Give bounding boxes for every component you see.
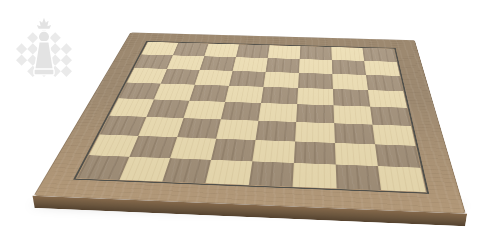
square-h5 (368, 90, 407, 108)
square-g4 (334, 105, 373, 124)
square-g1 (336, 165, 381, 191)
square-f2 (294, 141, 336, 164)
square-d3 (216, 119, 258, 140)
square-e1 (249, 161, 294, 186)
square-d1 (205, 160, 252, 185)
square-e3 (255, 121, 296, 142)
square-e2 (252, 140, 295, 163)
square-d7 (233, 57, 268, 72)
square-b5 (154, 84, 195, 101)
square-f1 (293, 163, 337, 188)
square-c7 (200, 56, 236, 71)
square-d8 (236, 45, 270, 59)
photo-background (0, 0, 500, 240)
square-d2 (211, 139, 255, 162)
chessboard (34, 32, 466, 213)
square-h7 (364, 61, 400, 76)
square-b7 (167, 55, 204, 70)
square-h8 (362, 48, 396, 62)
square-d4 (221, 102, 261, 121)
square-g7 (332, 60, 366, 75)
chess-king-checker-logo-watermark-icon (8, 12, 80, 96)
square-f3 (295, 122, 335, 143)
square-e5 (261, 87, 298, 104)
square-g5 (333, 89, 370, 107)
square-h1 (378, 166, 426, 192)
square-h2 (375, 144, 420, 167)
square-c1 (162, 158, 211, 183)
square-f7 (299, 59, 332, 74)
square-e8 (268, 45, 301, 59)
square-c3 (177, 118, 221, 139)
square-f8 (300, 46, 332, 60)
square-e4 (258, 103, 297, 122)
square-g2 (335, 143, 378, 166)
square-e7 (266, 58, 300, 73)
square-c8 (204, 44, 239, 58)
square-d5 (225, 86, 263, 103)
square-c2 (170, 137, 216, 160)
square-h4 (370, 107, 411, 126)
